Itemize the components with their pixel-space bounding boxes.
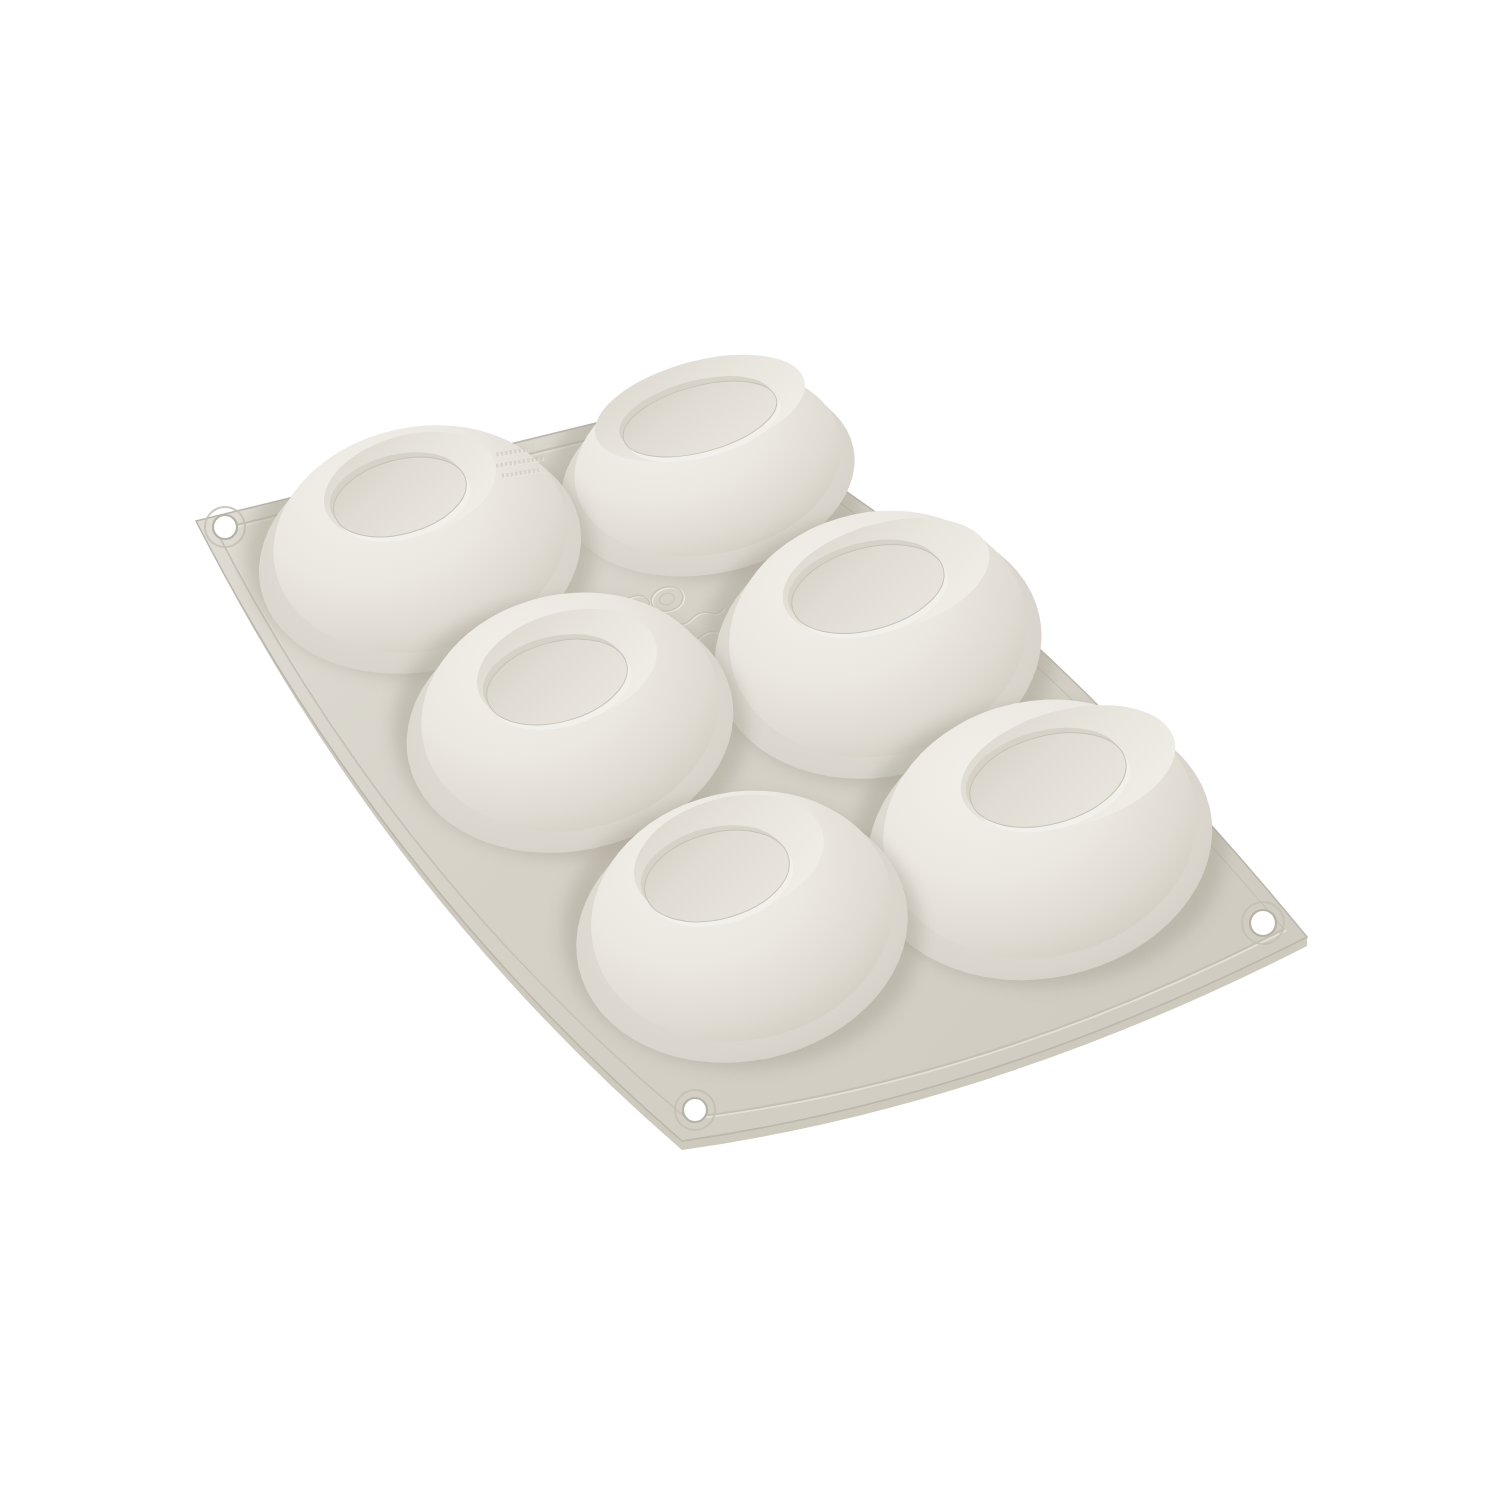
product-photo-silicone-mold bbox=[0, 0, 1500, 1500]
hanging-hole-2 bbox=[1250, 910, 1276, 936]
hanging-hole-1 bbox=[213, 515, 237, 539]
hanging-hole-3 bbox=[683, 1098, 707, 1122]
photo-canvas bbox=[0, 0, 1500, 1500]
